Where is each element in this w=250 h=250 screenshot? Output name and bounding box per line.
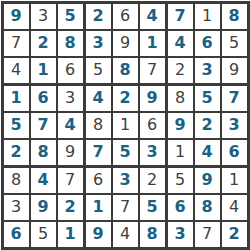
cell-r6c1[interactable]: 2 [4,140,29,165]
cell-r1c2: 3 [31,4,56,29]
cell-r6c8[interactable]: 4 [195,140,220,165]
cell-r1c6[interactable]: 4 [140,4,165,29]
cell-r7c7: 5 [168,168,193,193]
cell-r1c8: 1 [195,4,220,29]
cell-r5c1[interactable]: 5 [4,113,29,138]
cell-r7c4: 6 [86,168,111,193]
cell-r6c6[interactable]: 3 [140,140,165,165]
cell-r4c7: 8 [168,86,193,111]
cell-r4c3: 3 [58,86,83,111]
sudoku-box-4: 163574289 [4,86,83,165]
cell-r2c4[interactable]: 3 [86,31,111,56]
sudoku-box-1: 935728416 [4,4,83,83]
cell-r1c4[interactable]: 2 [86,4,111,29]
cell-r8c3[interactable]: 2 [58,195,83,220]
cell-r7c6: 2 [140,168,165,193]
cell-r8c7[interactable]: 6 [168,195,193,220]
cell-r3c3: 6 [58,58,83,83]
cell-r5c5: 1 [113,113,138,138]
cell-r7c9: 1 [222,168,247,193]
cell-r5c4: 8 [86,113,111,138]
sudoku-box-2: 264391587 [86,4,165,83]
cell-r2c6[interactable]: 1 [140,31,165,56]
cell-r9c7[interactable]: 3 [168,222,193,247]
cell-r1c3[interactable]: 5 [58,4,83,29]
cell-r6c7: 1 [168,140,193,165]
cell-r6c4[interactable]: 7 [86,140,111,165]
cell-r9c6[interactable]: 8 [140,222,165,247]
cell-r3c1: 4 [4,58,29,83]
sudoku-box-6: 857923146 [168,86,247,165]
cell-r8c8[interactable]: 8 [195,195,220,220]
cell-r2c1: 7 [4,31,29,56]
cell-r8c9: 4 [222,195,247,220]
cell-r1c7[interactable]: 7 [168,4,193,29]
cell-r7c2[interactable]: 4 [31,168,56,193]
sudoku-box-5: 429816753 [86,86,165,165]
cell-r6c3: 9 [58,140,83,165]
cell-r6c5[interactable]: 5 [113,140,138,165]
sudoku-box-7: 847392651 [4,168,83,247]
cell-r1c1[interactable]: 9 [4,4,29,29]
cell-r4c9[interactable]: 7 [222,86,247,111]
sudoku-box-9: 591684372 [168,168,247,247]
cell-r5c8[interactable]: 2 [195,113,220,138]
cell-r4c5[interactable]: 2 [113,86,138,111]
sudoku-box-3: 718465239 [168,4,247,83]
cell-r9c4[interactable]: 9 [86,222,111,247]
cell-r8c4[interactable]: 1 [86,195,111,220]
cell-r4c2[interactable]: 6 [31,86,56,111]
cell-r7c8[interactable]: 9 [195,168,220,193]
cell-r6c9[interactable]: 6 [222,140,247,165]
cell-r2c3[interactable]: 8 [58,31,83,56]
cell-r3c2[interactable]: 1 [31,58,56,83]
cell-r4c6[interactable]: 9 [140,86,165,111]
cell-r8c6[interactable]: 5 [140,195,165,220]
cell-r5c7[interactable]: 9 [168,113,193,138]
cell-r7c1: 8 [4,168,29,193]
cell-r5c3[interactable]: 4 [58,113,83,138]
cell-r3c5[interactable]: 8 [113,58,138,83]
cell-r8c5: 7 [113,195,138,220]
sudoku-box-8: 632175948 [86,168,165,247]
cell-r9c9[interactable]: 2 [222,222,247,247]
cell-r5c9[interactable]: 3 [222,113,247,138]
cell-r5c2[interactable]: 7 [31,113,56,138]
sudoku-board: 9357284162643915877184652391635742894298… [1,1,250,250]
cell-r2c7[interactable]: 4 [168,31,193,56]
cell-r7c5[interactable]: 3 [113,168,138,193]
cell-r9c2: 5 [31,222,56,247]
cell-r7c3: 7 [58,168,83,193]
cell-r1c5: 6 [113,4,138,29]
cell-r8c2[interactable]: 9 [31,195,56,220]
cell-r2c5: 9 [113,31,138,56]
cell-r4c1[interactable]: 1 [4,86,29,111]
cell-r6c2[interactable]: 8 [31,140,56,165]
cell-r3c6: 7 [140,58,165,83]
cell-r2c2[interactable]: 2 [31,31,56,56]
cell-r2c8[interactable]: 6 [195,31,220,56]
cell-r4c4[interactable]: 4 [86,86,111,111]
cell-r5c6: 6 [140,113,165,138]
cell-r3c7: 2 [168,58,193,83]
cell-r9c8: 7 [195,222,220,247]
cell-r2c9: 5 [222,31,247,56]
cell-r9c5: 4 [113,222,138,247]
cell-r9c1[interactable]: 6 [4,222,29,247]
cell-r4c8[interactable]: 5 [195,86,220,111]
cell-r1c9[interactable]: 8 [222,4,247,29]
cell-r3c8[interactable]: 3 [195,58,220,83]
cell-r3c9: 9 [222,58,247,83]
cell-r8c1: 3 [4,195,29,220]
cell-r9c3[interactable]: 1 [58,222,83,247]
cell-r3c4: 5 [86,58,111,83]
